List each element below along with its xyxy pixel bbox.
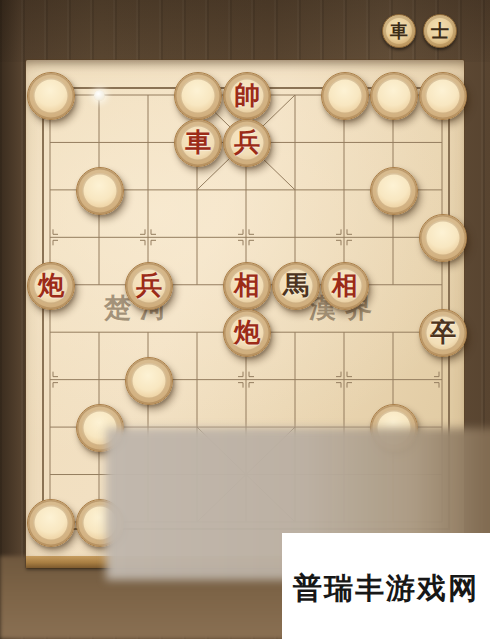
xiangqi-piece-hidden-red[interactable]	[321, 72, 369, 120]
xiangqi-piece-red-炮[interactable]: 炮	[223, 309, 271, 357]
captured-piece-label: 士	[431, 22, 449, 40]
piece-label: 帥	[234, 83, 260, 109]
game-screen: 車 士 楚河 漢界 帥車兵炮兵相馬相炮卒 普瑞丰游戏网	[0, 0, 490, 639]
captured-piece-chariot: 車	[382, 14, 416, 48]
xiangqi-piece-hidden-red[interactable]	[419, 214, 467, 262]
xiangqi-piece-red-相[interactable]: 相	[321, 262, 369, 310]
xiangqi-piece-black-卒[interactable]: 卒	[419, 309, 467, 357]
xiangqi-piece-red-兵[interactable]: 兵	[125, 262, 173, 310]
xiangqi-piece-red-相[interactable]: 相	[223, 262, 271, 310]
piece-label: 車	[185, 130, 211, 156]
xiangqi-piece-hidden-red[interactable]	[27, 72, 75, 120]
xiangqi-piece-hidden-red[interactable]	[370, 167, 418, 215]
xiangqi-piece-black-馬[interactable]: 馬	[272, 262, 320, 310]
captured-piece-label: 車	[390, 22, 408, 40]
xiangqi-piece-hidden-black[interactable]	[27, 499, 75, 547]
xiangqi-piece-hidden-red[interactable]	[419, 72, 467, 120]
piece-label: 炮	[38, 273, 64, 299]
piece-label: 卒	[430, 320, 456, 346]
piece-label: 馬	[283, 273, 309, 299]
captured-pieces-tray: 車 士	[382, 14, 478, 52]
watermark-box: 普瑞丰游戏网	[282, 533, 490, 639]
piece-label: 相	[332, 273, 358, 299]
xiangqi-piece-hidden-red[interactable]	[76, 167, 124, 215]
xiangqi-piece-red-炮[interactable]: 炮	[27, 262, 75, 310]
xiangqi-piece-hidden-black[interactable]	[125, 357, 173, 405]
xiangqi-piece-hidden-red[interactable]	[370, 72, 418, 120]
xiangqi-piece-hidden-red[interactable]	[174, 72, 222, 120]
xiangqi-piece-red-帥[interactable]: 帥	[223, 72, 271, 120]
watermark-text: 普瑞丰游戏网	[293, 569, 479, 609]
piece-label: 相	[234, 273, 260, 299]
piece-label: 兵	[136, 273, 162, 299]
piece-label: 兵	[234, 130, 260, 156]
last-move-marker	[94, 90, 105, 101]
captured-piece-advisor: 士	[423, 14, 457, 48]
piece-label: 炮	[234, 320, 260, 346]
